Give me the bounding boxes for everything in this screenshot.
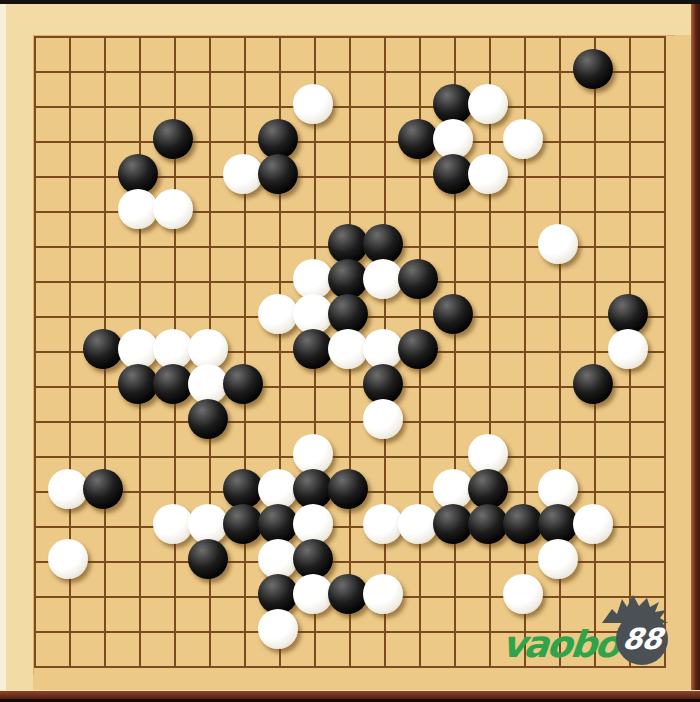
white-stone: [538, 469, 578, 509]
white-stone: [118, 329, 158, 369]
black-stone: [223, 469, 263, 509]
black-stone: [573, 49, 613, 89]
white-stone: [293, 504, 333, 544]
black-stone: [328, 574, 368, 614]
black-stone: [83, 329, 123, 369]
white-stone: [293, 434, 333, 474]
black-stone: [153, 119, 193, 159]
white-stone: [363, 329, 403, 369]
white-stone: [258, 469, 298, 509]
black-stone: [188, 539, 228, 579]
white-stone: [293, 84, 333, 124]
white-stone: [363, 399, 403, 439]
black-stone: [433, 154, 473, 194]
black-stone: [328, 294, 368, 334]
black-stone: [608, 294, 648, 334]
white-stone: [433, 119, 473, 159]
white-stone: [258, 539, 298, 579]
black-stone: [293, 329, 333, 369]
black-stone: [398, 329, 438, 369]
black-stone: [363, 224, 403, 264]
white-stone: [293, 294, 333, 334]
black-stone: [293, 469, 333, 509]
black-stone: [153, 364, 193, 404]
white-stone: [48, 469, 88, 509]
white-stone: [573, 504, 613, 544]
white-stone: [363, 259, 403, 299]
white-stone: [293, 259, 333, 299]
white-stone: [398, 504, 438, 544]
white-stone: [188, 504, 228, 544]
black-stone: [433, 84, 473, 124]
black-stone: [363, 364, 403, 404]
black-stone: [223, 364, 263, 404]
black-stone: [223, 504, 263, 544]
black-stone: [538, 504, 578, 544]
white-stone: [223, 154, 263, 194]
black-stone: [468, 504, 508, 544]
white-stone: [118, 189, 158, 229]
black-stone: [328, 259, 368, 299]
black-stone: [398, 119, 438, 159]
black-stone: [258, 154, 298, 194]
black-stone: [258, 574, 298, 614]
white-stone: [433, 469, 473, 509]
black-stone: [118, 154, 158, 194]
white-stone: [48, 539, 88, 579]
black-stone: [328, 469, 368, 509]
black-stone: [188, 399, 228, 439]
badge-text: 88: [620, 622, 663, 656]
white-stone: [188, 329, 228, 369]
black-stone: [433, 294, 473, 334]
white-stone: [468, 154, 508, 194]
brand-text: vaobo: [500, 626, 620, 663]
black-stone: [118, 364, 158, 404]
white-stone: [153, 329, 193, 369]
black-stone: [293, 539, 333, 579]
white-stone: [468, 84, 508, 124]
white-stone: [153, 189, 193, 229]
white-stone: [153, 504, 193, 544]
black-stone: [468, 469, 508, 509]
white-stone: [363, 574, 403, 614]
black-stone: [258, 119, 298, 159]
black-stone: [398, 259, 438, 299]
go-board: vaobo 88: [0, 0, 700, 702]
black-stone: [573, 364, 613, 404]
watermark-logo: vaobo 88: [500, 594, 696, 680]
black-stone: [83, 469, 123, 509]
white-stone: [328, 329, 368, 369]
black-stone: [258, 504, 298, 544]
badge-circle: 88: [616, 613, 668, 665]
white-stone: [503, 119, 543, 159]
white-stone: [538, 224, 578, 264]
white-stone: [363, 504, 403, 544]
white-stone: [293, 574, 333, 614]
white-stone: [258, 294, 298, 334]
white-stone: [188, 364, 228, 404]
white-stone: [258, 609, 298, 649]
black-stone: [503, 504, 543, 544]
white-stone: [608, 329, 648, 369]
black-stone: [433, 504, 473, 544]
black-stone: [328, 224, 368, 264]
white-stone: [538, 539, 578, 579]
white-stone: [468, 434, 508, 474]
